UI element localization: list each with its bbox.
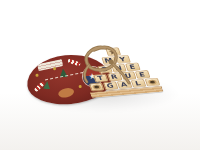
hang-hole-icon: [149, 80, 155, 83]
tile-letter: L: [134, 78, 142, 88]
card-label-motif: [37, 59, 63, 71]
candy-cane-icon: [34, 81, 46, 92]
gold-dot-motif: [35, 74, 38, 77]
gingerbread-motif: [57, 87, 75, 99]
gold-dot-motif: [53, 67, 56, 70]
twine-string: [74, 42, 132, 90]
product-photo: ★ ★MYONETRUEGAL: [0, 0, 200, 150]
